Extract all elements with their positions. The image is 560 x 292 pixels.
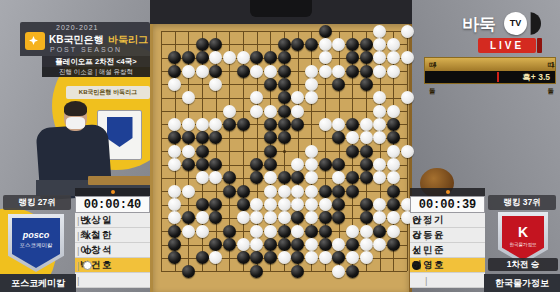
stone-white [196, 118, 209, 131]
stone-black [291, 211, 304, 224]
stone-black [319, 25, 332, 38]
stone-black [360, 158, 373, 171]
stone-white [209, 251, 222, 264]
stone-white [209, 118, 222, 131]
stone-white [360, 131, 373, 144]
stone-black [360, 38, 373, 51]
stone-white [305, 171, 318, 184]
stone-black [264, 238, 277, 251]
stone-white [332, 265, 345, 278]
stone-white [264, 105, 277, 118]
stone-black [332, 211, 345, 224]
stone-white [305, 251, 318, 264]
stone-white [387, 158, 400, 171]
kb-logo-icon [25, 32, 45, 50]
kpi-name-text: 한국물가정보 [502, 242, 544, 247]
stone-black [182, 131, 195, 144]
stone-white [373, 171, 386, 184]
stone-black [278, 51, 291, 64]
stone-white [305, 145, 318, 158]
stone-black [291, 251, 304, 264]
player-row: 박건호| [75, 258, 150, 273]
stone-white [387, 211, 400, 224]
left-clock: 00:00:40 [75, 196, 150, 213]
stone-black [209, 65, 222, 78]
star-point [283, 150, 286, 153]
go-board [150, 24, 412, 292]
stone-black [223, 171, 236, 184]
match-title: 플레이오프 2차전 <4국> [42, 56, 150, 67]
stone-white [373, 91, 386, 104]
stone-black [209, 211, 222, 224]
stone-black [278, 171, 291, 184]
stone-white [182, 118, 195, 131]
stone-black [196, 158, 209, 171]
stone-white [209, 171, 222, 184]
stone-black [264, 131, 277, 144]
stone-white [373, 198, 386, 211]
stone-white [305, 65, 318, 78]
stone-black [332, 198, 345, 211]
kpi-brand-text: K [502, 224, 544, 240]
stone-white [196, 225, 209, 238]
stone-black [346, 185, 359, 198]
stone-black [237, 185, 250, 198]
stone-black [291, 118, 304, 131]
stone-white [264, 171, 277, 184]
stone-black [250, 265, 263, 278]
player-name: 허영호 [410, 259, 445, 272]
stone-white [209, 51, 222, 64]
stone-black [168, 51, 181, 64]
stone-black [182, 265, 195, 278]
stone-white [250, 198, 263, 211]
stone-black [223, 118, 236, 131]
byoyomi-dot-icon [111, 190, 115, 194]
stone-black [360, 145, 373, 158]
stone-white [264, 185, 277, 198]
stone-black [319, 211, 332, 224]
stone-black [346, 265, 359, 278]
stone-black [196, 131, 209, 144]
stone-white [305, 211, 318, 224]
stone-black [346, 38, 359, 51]
stone-black [332, 158, 345, 171]
stone-black [278, 65, 291, 78]
stone-white [168, 145, 181, 158]
left-studio-miniboard [88, 176, 152, 185]
stone-white [332, 38, 345, 51]
player-row: 최철한|X [75, 228, 150, 243]
stone-white [237, 51, 250, 64]
stone-black [209, 238, 222, 251]
baduktv-text: 바둑 [462, 13, 496, 36]
stone-black [209, 158, 222, 171]
player-row: O|강동윤 [410, 228, 485, 243]
stone-black [209, 38, 222, 51]
stone-white [319, 118, 332, 131]
stone-black [305, 225, 318, 238]
stone-black [278, 238, 291, 251]
stone-white [373, 105, 386, 118]
player-row: |허영호 [410, 258, 485, 273]
season-label: 2020-2021 [56, 24, 98, 31]
stone-black [264, 145, 277, 158]
left-player-mask [66, 117, 84, 129]
white-stone-icon [83, 261, 92, 270]
stone-black [346, 65, 359, 78]
stone-black [305, 38, 318, 51]
stone-white [182, 185, 195, 198]
stone-white [332, 171, 345, 184]
stone-white [250, 225, 263, 238]
stone-white [319, 51, 332, 64]
stone-white [319, 251, 332, 264]
stone-black [237, 251, 250, 264]
stone-black [346, 238, 359, 251]
player-row: 이창석|O [75, 243, 150, 258]
stone-white [182, 225, 195, 238]
stone-black [182, 211, 195, 224]
stone-white [305, 91, 318, 104]
stone-white [278, 185, 291, 198]
player-row: | [75, 273, 150, 288]
tv-circle-icon: TV [504, 12, 527, 35]
stone-black [360, 78, 373, 91]
stone-white [373, 211, 386, 224]
separator: | [423, 275, 429, 286]
stone-black [168, 131, 181, 144]
stone-black [264, 78, 277, 91]
stone-white [387, 51, 400, 64]
stone-black [319, 238, 332, 251]
right-byoyomi-strip [410, 188, 485, 196]
stone-black [250, 171, 263, 184]
right-clock: 00:00:39 [410, 196, 485, 213]
stone-black [360, 65, 373, 78]
stone-white [264, 225, 277, 238]
stone-black [360, 51, 373, 64]
byoyomi-dot-icon [446, 190, 450, 194]
stone-white [401, 145, 414, 158]
player-row: X|신민준 [410, 243, 485, 258]
stone-white [250, 211, 263, 224]
stone-black [332, 185, 345, 198]
stone-black [278, 38, 291, 51]
stone-white [264, 198, 277, 211]
captures-right: 따낸돌 1 [547, 58, 551, 71]
stone-white [168, 158, 181, 171]
stone-black [373, 225, 386, 238]
stone-black [319, 158, 332, 171]
stone-black [360, 211, 373, 224]
stone-black [182, 51, 195, 64]
stone-white [305, 185, 318, 198]
left-rank-badge: 랭킹 27위 [3, 195, 71, 210]
stone-white [401, 25, 414, 38]
stone-white [209, 78, 222, 91]
score-marker [497, 72, 499, 82]
stone-white [319, 38, 332, 51]
stone-black [168, 251, 181, 264]
stone-white [223, 51, 236, 64]
stone-white [291, 91, 304, 104]
stone-black [237, 65, 250, 78]
grid-line [161, 271, 407, 272]
stone-white [250, 65, 263, 78]
result-mark [81, 260, 94, 271]
posco-name-text: 포스코케미칼 [12, 242, 60, 249]
stone-white [305, 78, 318, 91]
stone-white [182, 145, 195, 158]
stone-black [264, 51, 277, 64]
posco-shield-icon [107, 117, 133, 147]
tv-circle-text: TV [504, 18, 527, 28]
stone-black [360, 171, 373, 184]
stone-white [346, 225, 359, 238]
stone-black [168, 225, 181, 238]
stone-white [291, 105, 304, 118]
brand-label: KB국민은행 [49, 33, 103, 47]
stone-white [250, 91, 263, 104]
title-card: 2020-2021 KB국민은행 바둑리그 POST SEASON [20, 22, 150, 56]
player-name: 안정기 [410, 214, 445, 227]
player-row: 변상일|X [75, 213, 150, 228]
stone-white [291, 185, 304, 198]
stone-white [373, 25, 386, 38]
stone-black [291, 171, 304, 184]
left-player-head [64, 104, 87, 131]
stone-white [373, 158, 386, 171]
stone-white [291, 158, 304, 171]
right-player-list: O|안정기O|강동윤X|신민준|허영호| [410, 213, 485, 288]
broadcast-frame: KB국민은행 바둑리그 2020-2021 KB국민은행 바둑리그 [0, 0, 560, 292]
baduktv-logo: 바둑 TV [462, 12, 542, 36]
postseason-label: POST SEASON [50, 46, 122, 53]
stone-black [278, 78, 291, 91]
stone-white [387, 105, 400, 118]
stone-white [223, 105, 236, 118]
stone-black [346, 171, 359, 184]
stone-black [237, 118, 250, 131]
stone-white [332, 118, 345, 131]
stone-white [168, 198, 181, 211]
live-badge: LIVE [478, 38, 536, 53]
league-label: 바둑리그 [108, 33, 148, 47]
left-player-list: 변상일|X최철한|X이창석|O박건호|| [75, 213, 150, 288]
posco-logo-inner: posco 포스코케미칼 [12, 218, 60, 268]
stone-white [319, 198, 332, 211]
stone-black [346, 145, 359, 158]
stone-white [332, 65, 345, 78]
stone-black [264, 251, 277, 264]
stone-white [264, 211, 277, 224]
stone-white [168, 118, 181, 131]
player-name: 강동윤 [410, 229, 445, 242]
stone-black [278, 105, 291, 118]
stone-black [264, 118, 277, 131]
stone-black [264, 158, 277, 171]
stone-black [278, 131, 291, 144]
stone-white [182, 91, 195, 104]
stone-black [168, 238, 181, 251]
kb-backdrop-sign: KB국민은행 바둑리그 [66, 86, 150, 99]
result-mark: O [81, 245, 94, 256]
stone-white [250, 238, 263, 251]
stone-white [305, 198, 318, 211]
stone-white [401, 91, 414, 104]
left-team-bar: 포스코케미칼 [0, 274, 76, 292]
stone-black [319, 225, 332, 238]
stone-white [373, 118, 386, 131]
score-bar: 따낸돌 4 따낸돌 1 흑+ 3.5 [424, 57, 556, 84]
stone-white [250, 105, 263, 118]
game1-result: 1차전 승 [488, 258, 558, 271]
stone-black [278, 118, 291, 131]
stone-black [196, 198, 209, 211]
stone-black [237, 198, 250, 211]
stone-white [196, 171, 209, 184]
staff-credits: 진행 이소용 | 해설 유창혁 [42, 67, 150, 77]
player-name: 신민준 [410, 244, 445, 257]
stone-black [332, 78, 345, 91]
stone-black [196, 251, 209, 264]
stone-white [373, 65, 386, 78]
stone-white [278, 211, 291, 224]
stone-white [291, 225, 304, 238]
stone-white [387, 171, 400, 184]
stone-black [209, 131, 222, 144]
stone-black [291, 38, 304, 51]
stone-black [168, 65, 181, 78]
stone-black [209, 198, 222, 211]
stone-black [223, 185, 236, 198]
stone-black [346, 51, 359, 64]
stone-white [346, 131, 359, 144]
stone-black [360, 198, 373, 211]
stone-black [250, 251, 263, 264]
stone-white [373, 238, 386, 251]
stone-white [387, 145, 400, 158]
kpi-logo-inner: K 한국물가정보 [502, 216, 544, 260]
live-badge-edge [537, 38, 542, 53]
stone-white [360, 251, 373, 264]
stone-white [168, 185, 181, 198]
stone-white [305, 238, 318, 251]
stone-white [401, 51, 414, 64]
player-row: | [410, 273, 485, 288]
left-byoyomi-strip [75, 188, 150, 196]
stone-white [387, 38, 400, 51]
stone-black [387, 238, 400, 251]
stone-black [346, 118, 359, 131]
stone-black [196, 51, 209, 64]
result-mark: X [81, 215, 94, 226]
stone-white [291, 198, 304, 211]
stone-black [332, 131, 345, 144]
stone-white [264, 65, 277, 78]
stone-black [387, 198, 400, 211]
stone-white [373, 38, 386, 51]
stone-black [223, 238, 236, 251]
stone-black [278, 91, 291, 104]
stone-white [278, 198, 291, 211]
captures-left: 따낸돌 4 [429, 58, 433, 71]
stone-black [182, 158, 195, 171]
ceiling-camera [250, 0, 312, 17]
stone-white [360, 225, 373, 238]
stone-white [237, 238, 250, 251]
stone-white [168, 78, 181, 91]
stone-black [291, 238, 304, 251]
stone-white [168, 211, 181, 224]
right-rank-badge: 랭킹 37위 [488, 195, 556, 210]
stone-white [387, 225, 400, 238]
stone-white [360, 238, 373, 251]
stone-white [182, 65, 195, 78]
left-player-hair [64, 101, 87, 116]
stone-black [196, 145, 209, 158]
result-mark: X [81, 230, 94, 241]
stone-white [332, 238, 345, 251]
score-estimate: 흑+ 3.5 [522, 72, 550, 84]
right-team-bar: 한국물가정보 [484, 274, 560, 292]
stone-black [291, 265, 304, 278]
captures-row: 따낸돌 4 따낸돌 1 [425, 58, 555, 71]
stone-black [319, 185, 332, 198]
stone-white [387, 65, 400, 78]
stone-black [387, 118, 400, 131]
stone-black [332, 251, 345, 264]
stone-black [278, 225, 291, 238]
stone-black [250, 158, 263, 171]
stone-white [196, 211, 209, 224]
stone-black [223, 225, 236, 238]
posco-brand-text: posco [12, 230, 60, 240]
stone-white [373, 131, 386, 144]
stone-black [387, 185, 400, 198]
stone-white [278, 251, 291, 264]
stone-white [305, 158, 318, 171]
stone-black [387, 131, 400, 144]
stone-white [346, 251, 359, 264]
stone-white [319, 65, 332, 78]
player-row: O|안정기 [410, 213, 485, 228]
stone-black [196, 38, 209, 51]
stone-white [237, 211, 250, 224]
stone-white [196, 65, 209, 78]
stone-black [250, 51, 263, 64]
stone-white [373, 51, 386, 64]
stone-white [360, 118, 373, 131]
